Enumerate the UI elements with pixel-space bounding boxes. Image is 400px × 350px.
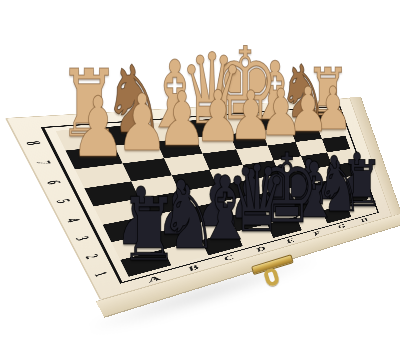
chess-set-photo: ABCDEFGH 87654321 ♜♞♝♛♚♝♞♜♟♟♟♟♟♟♟♟♟♟♟♟♟♟… xyxy=(0,0,400,350)
clasp-hasp xyxy=(263,267,280,287)
chess-board: ABCDEFGH 87654321 xyxy=(5,98,392,300)
file-label-f: F xyxy=(313,230,321,237)
